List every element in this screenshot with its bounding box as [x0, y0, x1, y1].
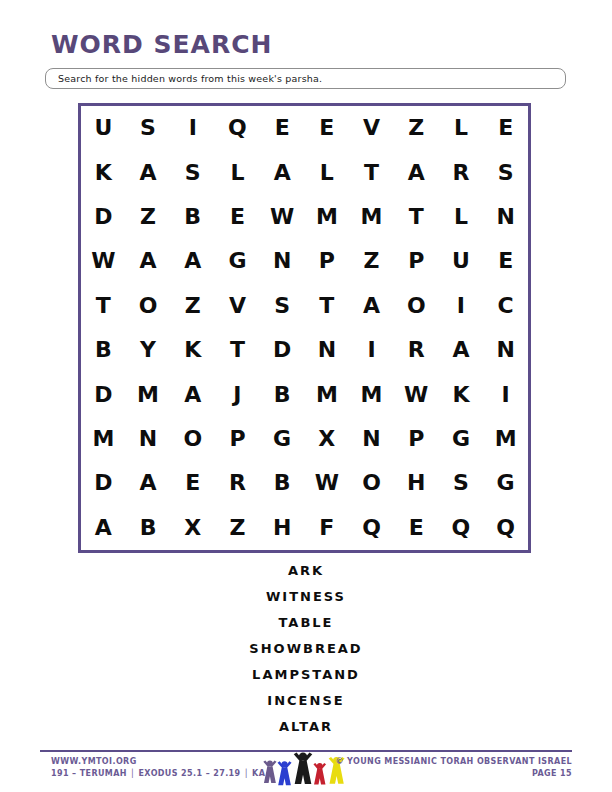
grid-cell-r5c4: V	[215, 284, 260, 328]
grid-cell-r3c4: E	[215, 195, 260, 239]
grid-cell-r8c1: M	[81, 417, 126, 461]
grid-cell-r5c6: T	[305, 284, 350, 328]
grid-cell-r8c5: G	[260, 417, 305, 461]
grid-cell-r2c2: A	[126, 150, 171, 194]
word-list-item: ALTAR	[279, 713, 333, 739]
grid-cell-r1c9: L	[439, 106, 484, 150]
grid-cell-r3c3: B	[170, 195, 215, 239]
footer-parsha-line: 191 – TERUMAH │ EXODUS 25.1 – 27.19 │ KA	[51, 768, 265, 780]
word-search-board: USIQEEVZLEKASLALTARSDZBEWMMTLNWAAGNPZPUE…	[78, 103, 531, 553]
grid-cell-r2c3: S	[170, 150, 215, 194]
grid-cell-r2c7: T	[349, 150, 394, 194]
footer-right: © YOUNG MESSIANIC TORAH OBSERVANT ISRAEL…	[335, 756, 572, 780]
instruction-text: Search for the hidden words from this we…	[58, 73, 322, 84]
grid-cell-r4c8: P	[394, 239, 439, 283]
word-list-item: ARK	[288, 557, 324, 583]
grid-cell-r6c8: R	[394, 328, 439, 372]
grid-cell-r10c6: F	[305, 506, 350, 550]
grid-cell-r6c9: A	[439, 328, 484, 372]
grid-cell-r4c2: A	[126, 239, 171, 283]
grid-cell-r5c1: T	[81, 284, 126, 328]
grid-cell-r4c6: P	[305, 239, 350, 283]
footer-left: WWW.YMTOI.ORG 191 – TERUMAH │ EXODUS 25.…	[51, 756, 265, 780]
grid-cell-r4c4: G	[215, 239, 260, 283]
grid-cell-r2c10: S	[483, 150, 528, 194]
grid-cell-r7c8: W	[394, 372, 439, 416]
grid-cell-r6c6: N	[305, 328, 350, 372]
grid-cell-r10c3: X	[170, 506, 215, 550]
grid-cell-r5c2: O	[126, 284, 171, 328]
grid-cell-r4c10: E	[483, 239, 528, 283]
word-search-grid: USIQEEVZLEKASLALTARSDZBEWMMTLNWAAGNPZPUE…	[81, 106, 528, 550]
grid-cell-r2c9: R	[439, 150, 484, 194]
grid-cell-r2c8: A	[394, 150, 439, 194]
word-list-item: SHOWBREAD	[249, 635, 362, 661]
grid-cell-r4c7: Z	[349, 239, 394, 283]
grid-cell-r8c9: G	[439, 417, 484, 461]
grid-cell-r3c8: T	[394, 195, 439, 239]
grid-cell-r1c5: E	[260, 106, 305, 150]
grid-cell-r10c7: Q	[349, 506, 394, 550]
grid-cell-r10c10: Q	[483, 506, 528, 550]
grid-cell-r10c9: Q	[439, 506, 484, 550]
footer-website: WWW.YMTOI.ORG	[51, 756, 265, 768]
grid-cell-r3c1: D	[81, 195, 126, 239]
grid-cell-r5c3: Z	[170, 284, 215, 328]
grid-cell-r6c4: T	[215, 328, 260, 372]
grid-cell-r3c2: Z	[126, 195, 171, 239]
grid-cell-r5c9: I	[439, 284, 484, 328]
grid-cell-r8c10: M	[483, 417, 528, 461]
grid-cell-r8c6: X	[305, 417, 350, 461]
grid-cell-r7c10: I	[483, 372, 528, 416]
grid-cell-r9c6: W	[305, 461, 350, 505]
grid-cell-r4c9: U	[439, 239, 484, 283]
grid-cell-r10c5: H	[260, 506, 305, 550]
grid-cell-r10c2: B	[126, 506, 171, 550]
grid-cell-r9c4: R	[215, 461, 260, 505]
grid-cell-r7c6: M	[305, 372, 350, 416]
grid-cell-r7c1: D	[81, 372, 126, 416]
grid-cell-r8c4: P	[215, 417, 260, 461]
grid-cell-r8c3: O	[170, 417, 215, 461]
grid-cell-r4c1: W	[81, 239, 126, 283]
grid-cell-r6c5: D	[260, 328, 305, 372]
instruction-box: Search for the hidden words from this we…	[45, 68, 566, 89]
grid-cell-r3c10: N	[483, 195, 528, 239]
grid-cell-r5c10: C	[483, 284, 528, 328]
grid-cell-r9c1: D	[81, 461, 126, 505]
grid-cell-r9c10: G	[483, 461, 528, 505]
grid-cell-r8c8: P	[394, 417, 439, 461]
grid-cell-r10c8: E	[394, 506, 439, 550]
footer-copyright: © YOUNG MESSIANIC TORAH OBSERVANT ISRAEL	[335, 756, 572, 768]
grid-cell-r1c8: Z	[394, 106, 439, 150]
word-list-item: WITNESS	[266, 583, 346, 609]
grid-cell-r4c5: N	[260, 239, 305, 283]
page-title: WORD SEARCH	[51, 30, 273, 59]
word-list-item: LAMPSTAND	[252, 661, 360, 687]
grid-cell-r8c2: N	[126, 417, 171, 461]
grid-cell-r5c8: O	[394, 284, 439, 328]
grid-cell-r6c3: K	[170, 328, 215, 372]
grid-cell-r1c6: E	[305, 106, 350, 150]
grid-cell-r7c2: M	[126, 372, 171, 416]
grid-cell-r9c7: O	[349, 461, 394, 505]
grid-cell-r9c2: A	[126, 461, 171, 505]
grid-cell-r1c10: E	[483, 106, 528, 150]
grid-cell-r1c2: S	[126, 106, 171, 150]
grid-cell-r6c2: Y	[126, 328, 171, 372]
grid-cell-r7c5: B	[260, 372, 305, 416]
grid-cell-r10c1: A	[81, 506, 126, 550]
grid-cell-r8c7: N	[349, 417, 394, 461]
word-list-item: TABLE	[279, 609, 334, 635]
grid-cell-r2c6: L	[305, 150, 350, 194]
grid-cell-r1c1: U	[81, 106, 126, 150]
worksheet-page: WORD SEARCH Search for the hidden words …	[0, 0, 612, 792]
grid-cell-r9c3: E	[170, 461, 215, 505]
grid-cell-r5c5: S	[260, 284, 305, 328]
grid-cell-r9c8: H	[394, 461, 439, 505]
grid-cell-r6c7: I	[349, 328, 394, 372]
grid-cell-r3c6: M	[305, 195, 350, 239]
grid-cell-r7c9: K	[439, 372, 484, 416]
grid-cell-r1c7: V	[349, 106, 394, 150]
footer-page-number: PAGE 15	[335, 768, 572, 780]
grid-cell-r3c7: M	[349, 195, 394, 239]
grid-cell-r1c4: Q	[215, 106, 260, 150]
grid-cell-r6c10: N	[483, 328, 528, 372]
word-list: ARKWITNESSTABLESHOWBREADLAMPSTANDINCENSE…	[0, 557, 612, 739]
grid-cell-r4c3: A	[170, 239, 215, 283]
grid-cell-r5c7: A	[349, 284, 394, 328]
grid-cell-r7c4: J	[215, 372, 260, 416]
grid-cell-r6c1: B	[81, 328, 126, 372]
grid-cell-r2c4: L	[215, 150, 260, 194]
word-list-item: INCENSE	[267, 687, 344, 713]
grid-cell-r2c5: A	[260, 150, 305, 194]
grid-cell-r10c4: Z	[215, 506, 260, 550]
grid-cell-r3c9: L	[439, 195, 484, 239]
grid-cell-r2c1: K	[81, 150, 126, 194]
grid-cell-r1c3: I	[170, 106, 215, 150]
grid-cell-r9c9: S	[439, 461, 484, 505]
grid-cell-r7c7: M	[349, 372, 394, 416]
grid-cell-r9c5: B	[260, 461, 305, 505]
grid-cell-r3c5: W	[260, 195, 305, 239]
grid-cell-r7c3: A	[170, 372, 215, 416]
